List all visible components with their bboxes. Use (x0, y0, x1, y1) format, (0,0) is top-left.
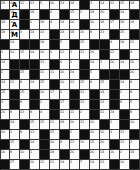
cell-white[interactable]: 10 (130, 120, 140, 130)
cell-white[interactable]: 25 (120, 30, 130, 40)
cell-white[interactable]: 11 (100, 110, 110, 120)
cell-white[interactable]: 8 (20, 100, 30, 110)
cell-white[interactable]: 2 (10, 130, 20, 140)
cell-white[interactable]: 1 (0, 50, 10, 60)
cell-number: 15 (20, 70, 24, 73)
cell-black (20, 20, 30, 30)
cell-white[interactable]: 20 (50, 140, 60, 150)
cell-number: 2 (70, 50, 72, 53)
cell-number: 25 (20, 90, 24, 93)
cell-number: 8 (10, 110, 12, 113)
cell-white[interactable]: 14 (100, 150, 110, 160)
cell-number: 18 (130, 1, 134, 4)
cell-black (0, 120, 10, 130)
cell-white[interactable]: 14 (90, 60, 100, 70)
cell-number: 8 (130, 80, 132, 83)
cell-white[interactable]: 15 (70, 10, 80, 20)
cell-white[interactable]: 14 (100, 90, 110, 100)
cell-number: 16 (90, 20, 94, 23)
cell-white[interactable]: 15 (20, 50, 30, 60)
cell-white[interactable]: 17 (60, 100, 70, 110)
cell-number: 8 (20, 130, 22, 133)
cell-letter: А (10, 20, 19, 29)
cell-number: 1 (1, 50, 3, 53)
cell-white[interactable]: 10 (60, 80, 70, 90)
cell-white[interactable]: 18 (70, 30, 80, 40)
cell-black (0, 10, 10, 20)
cell-white[interactable]: 2 (70, 50, 80, 60)
cell-white[interactable]: 1 (60, 90, 70, 100)
cell-white[interactable]: 23 (100, 160, 110, 170)
cell-white[interactable]: 15 (50, 130, 60, 140)
cell-white[interactable]: 13 (10, 80, 20, 90)
cell-number: 12 (40, 160, 44, 163)
cell-black (20, 120, 30, 130)
cell-number: 14 (100, 150, 104, 153)
cell-number: 14 (60, 20, 64, 23)
cell-white[interactable]: 26 (130, 70, 140, 80)
cell-number: 14 (30, 80, 34, 83)
cell-number: 6 (60, 60, 62, 63)
cell-white[interactable]: 8 (10, 150, 20, 160)
cell-black (120, 50, 130, 60)
cell-white[interactable]: 6 (50, 10, 60, 20)
cell-letter: Д (10, 10, 19, 19)
cell-white[interactable]: 8 (130, 110, 140, 120)
cell-black (70, 90, 80, 100)
cell-number: 23 (80, 120, 84, 123)
cell-number: 3 (110, 130, 112, 133)
cell-white[interactable]: 14 (0, 60, 10, 70)
cell-number: 13 (40, 30, 44, 33)
cell-white[interactable]: 1 (40, 100, 50, 110)
cell-black (20, 160, 30, 170)
cell-white[interactable]: 8 (130, 80, 140, 90)
cell-white[interactable]: 7 (80, 160, 90, 170)
cell-white[interactable]: 17 (110, 20, 120, 30)
cell-white[interactable]: 2 (70, 130, 80, 140)
cell-white[interactable]: 2 (110, 120, 120, 130)
cell-number: 2 (80, 110, 82, 113)
cell-white[interactable]: 16 (10, 50, 20, 60)
cell-white[interactable]: 25 (80, 80, 90, 90)
cell-white[interactable]: 24 (60, 30, 70, 40)
cell-white[interactable]: 18 (100, 20, 110, 30)
cell-number: 18 (120, 40, 124, 43)
cell-white[interactable]: 16 (0, 150, 10, 160)
cell-white[interactable]: 14 (30, 50, 40, 60)
cell-black (90, 100, 100, 110)
cell-black (60, 130, 70, 140)
cell-white[interactable]: 13 (80, 90, 90, 100)
cell-white[interactable]: 10А (10, 20, 20, 30)
cell-white[interactable]: 14 (30, 140, 40, 150)
cell-number: 9 (90, 80, 92, 83)
cell-white[interactable]: 5 (130, 100, 140, 110)
cell-white[interactable]: 13 (40, 60, 50, 70)
cell-number: 10 (100, 130, 104, 133)
cell-number: 16 (40, 50, 44, 53)
cell-white[interactable]: 18 (70, 0, 80, 10)
cell-white[interactable]: 8 (60, 140, 70, 150)
cell-black (30, 60, 40, 70)
cell-white[interactable]: 15 (80, 40, 90, 50)
cell-white[interactable]: 26 (70, 120, 80, 130)
cell-white[interactable]: 24 (10, 120, 20, 130)
cell-number: 23 (100, 30, 104, 33)
cell-number: 26 (100, 10, 104, 13)
cell-black (20, 140, 30, 150)
cell-number: 5 (60, 40, 62, 43)
cell-white[interactable]: 16 (70, 20, 80, 30)
cell-white[interactable]: 16 (30, 160, 40, 170)
cell-white[interactable]: 23 (130, 40, 140, 50)
cell-white[interactable]: 1 (120, 90, 130, 100)
cell-white[interactable]: 1 (70, 160, 80, 170)
cell-white[interactable]: 14 (10, 40, 20, 50)
cell-white[interactable]: 26 (110, 60, 120, 70)
cell-letter: А (10, 1, 19, 9)
cell-white[interactable]: 26 (90, 150, 100, 160)
cell-white[interactable]: 26 (0, 110, 10, 120)
cell-white[interactable]: 12 (110, 50, 120, 60)
cell-number: 2 (120, 150, 122, 153)
cell-white[interactable]: 26 (100, 140, 110, 150)
cell-black (10, 70, 20, 80)
cell-white[interactable]: 26 (80, 140, 90, 150)
cell-number: 13 (20, 110, 24, 113)
cell-white[interactable]: 11 (50, 160, 60, 170)
cell-number: 15 (10, 140, 14, 143)
cell-white[interactable]: 8 (130, 90, 140, 100)
cell-white[interactable]: 1 (30, 20, 40, 30)
cell-white[interactable]: 5 (40, 0, 50, 10)
cell-number: 16 (1, 150, 5, 153)
cell-number: 18 (70, 30, 74, 33)
cell-number: 16 (30, 160, 34, 163)
cell-white[interactable]: 23 (80, 100, 90, 110)
cell-white[interactable]: 21 (40, 70, 50, 80)
cell-black (50, 80, 60, 90)
cell-white[interactable]: 26 (80, 30, 90, 40)
cell-number: 26 (40, 90, 44, 93)
cell-number: 25 (40, 80, 44, 83)
cell-white[interactable]: 16 (90, 130, 100, 140)
cell-white[interactable]: 16 (50, 0, 60, 10)
cell-white[interactable]: 2 (120, 150, 130, 160)
cell-white[interactable]: 19 (120, 20, 130, 30)
cell-white[interactable]: 14 (60, 160, 70, 170)
cell-white[interactable]: 14 (100, 0, 110, 10)
cell-number: 13 (30, 1, 34, 4)
cell-number: 2 (80, 10, 82, 13)
cell-white[interactable]: 8 (20, 130, 30, 140)
cell-white[interactable]: 5 (90, 70, 100, 80)
cell-white[interactable]: 8 (20, 80, 30, 90)
cell-black (90, 40, 100, 50)
cell-black (0, 160, 10, 170)
cell-white[interactable]: 19 (40, 20, 50, 30)
cell-white[interactable]: 11 (50, 70, 60, 80)
cell-number: 18 (130, 20, 134, 23)
cell-number: 15 (90, 140, 94, 143)
cell-black (100, 40, 110, 50)
cell-black (90, 90, 100, 100)
cell-white[interactable]: 16 (110, 150, 120, 160)
cell-white[interactable]: 15 (90, 140, 100, 150)
cell-black (110, 140, 120, 150)
cell-white[interactable]: 14 (120, 60, 130, 70)
cell-white[interactable]: 13 (30, 130, 40, 140)
cell-white[interactable]: 4 (40, 110, 50, 120)
cell-black (40, 150, 50, 160)
cell-white[interactable]: 24 (70, 70, 80, 80)
cell-white[interactable]: 9 (90, 80, 100, 90)
cell-black (60, 10, 70, 20)
cell-white[interactable]: 23 (70, 140, 80, 150)
cell-number: 16 (110, 150, 114, 153)
cell-number: 23 (130, 40, 134, 43)
cell-white[interactable]: 2 (80, 10, 90, 20)
cell-white[interactable]: 25 (20, 90, 30, 100)
cell-number: 25 (1, 90, 5, 93)
cell-number: 3 (20, 30, 22, 33)
cell-white[interactable]: 3 (110, 130, 120, 140)
cell-black (50, 60, 60, 70)
cell-number: 17 (110, 20, 114, 23)
cell-black (0, 40, 10, 50)
cell-white[interactable]: 10А (10, 0, 20, 10)
cell-white[interactable]: 11 (60, 50, 70, 60)
cell-number: 16 (1, 130, 5, 133)
cell-number: 23 (120, 130, 124, 133)
cell-number: 23 (80, 50, 84, 53)
cell-black (10, 90, 20, 100)
cell-number: 26 (70, 150, 74, 153)
cell-white[interactable]: 23 (60, 0, 70, 10)
cell-white[interactable]: 11 (70, 110, 80, 120)
cell-white[interactable]: 13 (30, 0, 40, 10)
cell-number: 28 (1, 1, 5, 4)
cell-number: 17 (50, 90, 54, 93)
cell-white[interactable]: 12 (40, 160, 50, 170)
cell-number: 1 (1, 70, 3, 73)
cell-white[interactable]: 25 (120, 0, 130, 10)
cell-number: 26 (80, 140, 84, 143)
cell-white[interactable]: 18 (130, 0, 140, 10)
cell-number: 14 (30, 30, 34, 33)
cell-white[interactable]: 26 (70, 150, 80, 160)
cell-white[interactable]: 4 (110, 40, 120, 50)
cell-white[interactable]: 19 (0, 30, 10, 40)
cell-white[interactable]: 6 (50, 50, 60, 60)
cell-white[interactable]: 19 (90, 10, 100, 20)
cell-number: 15 (20, 50, 24, 53)
cell-number: 2 (130, 140, 132, 143)
cell-black (90, 110, 100, 120)
cell-white[interactable]: 11 (20, 0, 30, 10)
cell-number: 15 (70, 10, 74, 13)
cell-number: 23 (60, 1, 64, 4)
cell-white[interactable]: 14 (0, 80, 10, 90)
cell-white[interactable]: 16 (60, 70, 70, 80)
cell-number: 8 (120, 100, 122, 103)
cell-white[interactable]: 23 (120, 130, 130, 140)
cell-white[interactable]: 18 (120, 40, 130, 50)
cell-white[interactable]: 8 (10, 110, 20, 120)
cell-white[interactable]: 14 (120, 80, 130, 90)
cell-white[interactable]: 8 (30, 110, 40, 120)
cell-black (0, 140, 10, 150)
cell-white[interactable]: 11 (60, 110, 70, 120)
cell-number: 8 (30, 110, 32, 113)
cell-number: 14 (30, 50, 34, 53)
cell-white[interactable]: 13 (20, 110, 30, 120)
cell-white[interactable]: 15 (20, 70, 30, 80)
cell-white[interactable]: 25 (30, 120, 40, 130)
cell-number: 8 (10, 150, 12, 153)
cell-white[interactable]: 26 (90, 50, 100, 60)
cell-white[interactable]: 17 (50, 90, 60, 100)
cell-number: 24 (60, 30, 64, 33)
cell-white[interactable]: 2 (130, 140, 140, 150)
cell-white[interactable]: 18 (0, 20, 10, 30)
cell-number: 27 (10, 160, 14, 163)
cell-number: 18 (70, 1, 74, 4)
cell-white[interactable]: 3 (20, 30, 30, 40)
cell-black (10, 60, 20, 70)
cell-number: 13 (100, 100, 104, 103)
cell-black (130, 130, 140, 140)
cell-white[interactable]: 26 (100, 10, 110, 20)
cell-white[interactable]: 13 (40, 30, 50, 40)
cell-white[interactable]: 16 (90, 120, 100, 130)
cell-white[interactable]: 26 (130, 60, 140, 70)
cell-number: 10 (20, 150, 24, 153)
cell-number: 7 (80, 160, 82, 163)
cell-black (30, 40, 40, 50)
cell-number: 18 (1, 20, 5, 23)
cell-number: 13 (80, 90, 84, 93)
cell-white[interactable]: 14 (30, 30, 40, 40)
cell-white[interactable]: 16 (0, 130, 10, 140)
cell-white[interactable]: 28 (0, 0, 10, 10)
cell-black (100, 50, 110, 60)
cell-number: 25 (100, 80, 104, 83)
cell-white[interactable]: 4 (50, 20, 60, 30)
cell-number: 14 (30, 140, 34, 143)
cell-white[interactable]: 26М (10, 30, 20, 40)
cell-number: 16 (50, 1, 54, 4)
cell-white[interactable]: 23 (120, 140, 130, 150)
cell-white[interactable]: 3 (100, 60, 110, 70)
cell-number: 13 (30, 130, 34, 133)
cell-number: 4 (50, 20, 52, 23)
cell-white[interactable]: 11 (50, 120, 60, 130)
cell-black (30, 90, 40, 100)
cell-number: 11 (110, 1, 114, 4)
cell-white[interactable]: 23 (80, 120, 90, 130)
cell-white[interactable]: 1 (30, 150, 40, 160)
cell-number: 26 (130, 70, 134, 73)
cell-white[interactable]: 18 (130, 150, 140, 160)
cell-white[interactable]: 14 (120, 10, 130, 20)
cell-white[interactable]: 3 (0, 100, 10, 110)
cell-black (20, 40, 30, 50)
cell-white[interactable]: 18 (50, 150, 60, 160)
cell-number: 18 (40, 40, 44, 43)
cell-white[interactable]: 14 (90, 160, 100, 170)
cell-white[interactable]: 15 (40, 120, 50, 130)
cell-number: 1 (40, 100, 42, 103)
cell-number: 16 (120, 160, 124, 163)
cell-white[interactable]: 5 (60, 40, 70, 50)
cell-white[interactable]: 15 (10, 140, 20, 150)
cell-number: 14 (120, 80, 124, 83)
cell-white[interactable]: 3 (90, 0, 100, 10)
cell-white[interactable]: 18 (60, 120, 70, 130)
cell-white[interactable]: 8 (120, 100, 130, 110)
cell-white[interactable]: 18 (130, 20, 140, 30)
cell-white[interactable]: 2 (80, 110, 90, 120)
cell-black (70, 100, 80, 110)
cell-white[interactable]: 4 (130, 50, 140, 60)
cell-number: 26 (80, 30, 84, 33)
cell-number: 26 (1, 110, 5, 113)
cell-number: 11 (20, 1, 24, 4)
cell-number: 14 (60, 160, 64, 163)
cell-white[interactable]: 16 (90, 20, 100, 30)
cell-number: 14 (10, 40, 14, 43)
cell-number: 14 (120, 60, 124, 63)
cell-white[interactable]: 10 (100, 130, 110, 140)
cell-white[interactable]: 13 (100, 100, 110, 110)
cell-number: 24 (10, 120, 14, 123)
cell-white[interactable]: 27 (10, 160, 20, 170)
cell-white[interactable]: 18 (30, 10, 40, 20)
cell-black (70, 40, 80, 50)
cell-number: 23 (70, 140, 74, 143)
cell-white[interactable]: 26 (40, 90, 50, 100)
cell-white[interactable]: 10 (20, 150, 30, 160)
cell-white[interactable]: 24 (110, 110, 120, 120)
cell-white[interactable]: 11 (110, 0, 120, 10)
cell-white[interactable]: 14 (60, 20, 70, 30)
cell-white[interactable]: 6 (60, 60, 70, 70)
cell-white[interactable]: 25 (40, 80, 50, 90)
cell-white[interactable]: 1 (70, 60, 80, 70)
cell-white[interactable]: 25 (0, 90, 10, 100)
cell-white[interactable]: 8 (90, 30, 100, 40)
cell-white[interactable]: 19Д (10, 10, 20, 20)
cell-white[interactable]: 16 (40, 50, 50, 60)
cell-number: 11 (60, 50, 64, 53)
cell-black (50, 30, 60, 40)
cell-white[interactable]: 14 (30, 80, 40, 90)
cell-white[interactable]: 18 (40, 40, 50, 50)
cell-white[interactable]: 23 (100, 30, 110, 40)
cell-number: 16 (90, 120, 94, 123)
cell-number: 24 (110, 110, 114, 113)
cell-white[interactable]: 25 (100, 80, 110, 90)
cell-number: 3 (90, 1, 92, 4)
cell-white[interactable]: 23 (80, 50, 90, 60)
cell-number: 11 (50, 70, 54, 73)
cell-white[interactable]: 23 (70, 80, 80, 90)
cell-white[interactable]: 1 (0, 70, 10, 80)
cell-white[interactable]: 16 (120, 160, 130, 170)
cell-number: 5 (90, 70, 92, 73)
